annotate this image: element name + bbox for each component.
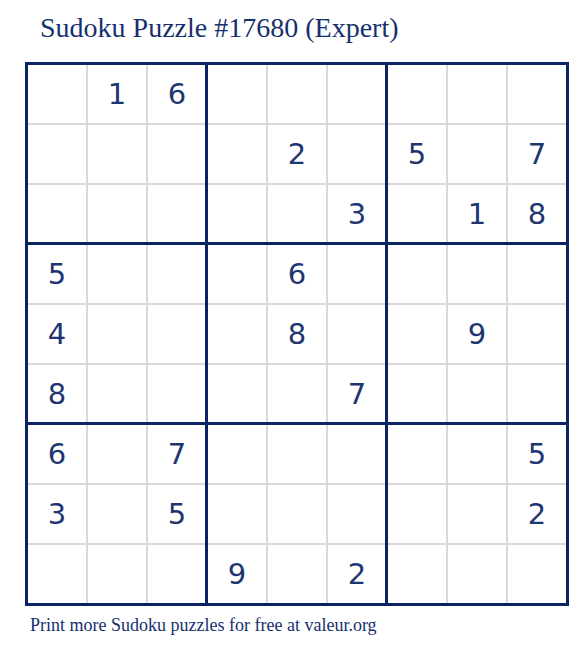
sudoku-cell-r6c7 (388, 365, 446, 423)
sudoku-cell-r4c3 (148, 245, 206, 303)
sudoku-cell-r3c8: 1 (448, 185, 506, 243)
sudoku-cell-r7c7 (388, 425, 446, 483)
sudoku-cell-r2c4 (208, 125, 266, 183)
sudoku-cell-r8c3: 5 (148, 485, 206, 543)
box-separator-vertical-1 (205, 65, 208, 603)
sudoku-cell-r9c9 (508, 545, 566, 603)
sudoku-cell-r2c6 (328, 125, 386, 183)
sudoku-cell-r3c1 (28, 185, 86, 243)
sudoku-cell-r2c1 (28, 125, 86, 183)
sudoku-cell-r4c5: 6 (268, 245, 326, 303)
sudoku-cell-r6c8 (448, 365, 506, 423)
box-separator-vertical-2 (385, 65, 388, 603)
sudoku-cell-r2c8 (448, 125, 506, 183)
sudoku-print-page: Sudoku Puzzle #17680 (Expert) 1625731856… (0, 0, 580, 651)
sudoku-cell-r7c1: 6 (28, 425, 86, 483)
sudoku-cell-r8c4 (208, 485, 266, 543)
sudoku-cell-r9c2 (88, 545, 146, 603)
sudoku-cell-r6c1: 8 (28, 365, 86, 423)
sudoku-cell-r8c5 (268, 485, 326, 543)
sudoku-cell-r9c7 (388, 545, 446, 603)
sudoku-cell-r8c9: 2 (508, 485, 566, 543)
sudoku-cell-r8c1: 3 (28, 485, 86, 543)
sudoku-cell-r8c7 (388, 485, 446, 543)
sudoku-cell-r1c2: 1 (88, 65, 146, 123)
sudoku-cell-r5c6 (328, 305, 386, 363)
sudoku-cell-r7c5 (268, 425, 326, 483)
sudoku-cell-r7c9: 5 (508, 425, 566, 483)
sudoku-cell-r6c3 (148, 365, 206, 423)
sudoku-cell-r2c2 (88, 125, 146, 183)
sudoku-cell-r4c8 (448, 245, 506, 303)
sudoku-cell-r7c8 (448, 425, 506, 483)
sudoku-cell-r8c8 (448, 485, 506, 543)
sudoku-cell-r9c4: 9 (208, 545, 266, 603)
sudoku-cell-r6c9 (508, 365, 566, 423)
sudoku-cell-r5c2 (88, 305, 146, 363)
sudoku-cell-r1c1 (28, 65, 86, 123)
sudoku-cell-r7c4 (208, 425, 266, 483)
sudoku-cell-r5c8: 9 (448, 305, 506, 363)
sudoku-cell-r2c7: 5 (388, 125, 446, 183)
sudoku-cell-r1c4 (208, 65, 266, 123)
sudoku-cell-r4c7 (388, 245, 446, 303)
sudoku-cell-r5c5: 8 (268, 305, 326, 363)
sudoku-cell-r7c6 (328, 425, 386, 483)
sudoku-cell-r1c5 (268, 65, 326, 123)
sudoku-cell-r9c6: 2 (328, 545, 386, 603)
sudoku-cell-r3c6: 3 (328, 185, 386, 243)
sudoku-cell-r1c3: 6 (148, 65, 206, 123)
sudoku-cell-r9c8 (448, 545, 506, 603)
sudoku-cell-r3c7 (388, 185, 446, 243)
sudoku-cell-r9c1 (28, 545, 86, 603)
sudoku-cell-r4c2 (88, 245, 146, 303)
sudoku-cell-r4c1: 5 (28, 245, 86, 303)
sudoku-cell-r8c6 (328, 485, 386, 543)
sudoku-cell-r6c5 (268, 365, 326, 423)
page-title: Sudoku Puzzle #17680 (Expert) (40, 12, 399, 44)
footer-credit: Print more Sudoku puzzles for free at va… (30, 615, 377, 636)
box-separator-horizontal-1 (28, 242, 566, 245)
sudoku-cell-r6c2 (88, 365, 146, 423)
sudoku-cell-r5c1: 4 (28, 305, 86, 363)
sudoku-cell-r3c5 (268, 185, 326, 243)
sudoku-cell-r1c7 (388, 65, 446, 123)
sudoku-cell-r5c7 (388, 305, 446, 363)
sudoku-cell-r3c9: 8 (508, 185, 566, 243)
sudoku-cell-r8c2 (88, 485, 146, 543)
sudoku-cell-r3c3 (148, 185, 206, 243)
sudoku-cell-r9c5 (268, 545, 326, 603)
sudoku-cell-r3c4 (208, 185, 266, 243)
box-separator-horizontal-2 (28, 422, 566, 425)
sudoku-cell-r1c8 (448, 65, 506, 123)
sudoku-cell-r5c3 (148, 305, 206, 363)
sudoku-cell-r4c4 (208, 245, 266, 303)
sudoku-cell-r4c9 (508, 245, 566, 303)
sudoku-cell-r2c3 (148, 125, 206, 183)
sudoku-grid: 16257318564898767535292 (25, 62, 569, 606)
sudoku-cell-r4c6 (328, 245, 386, 303)
sudoku-cell-r2c5: 2 (268, 125, 326, 183)
sudoku-cell-r6c6: 7 (328, 365, 386, 423)
sudoku-cell-r6c4 (208, 365, 266, 423)
sudoku-cell-r5c9 (508, 305, 566, 363)
sudoku-cell-r5c4 (208, 305, 266, 363)
sudoku-cell-r7c3: 7 (148, 425, 206, 483)
sudoku-cell-r9c3 (148, 545, 206, 603)
sudoku-cell-r1c6 (328, 65, 386, 123)
sudoku-cell-r3c2 (88, 185, 146, 243)
sudoku-cell-r1c9 (508, 65, 566, 123)
sudoku-cell-r7c2 (88, 425, 146, 483)
sudoku-cell-r2c9: 7 (508, 125, 566, 183)
